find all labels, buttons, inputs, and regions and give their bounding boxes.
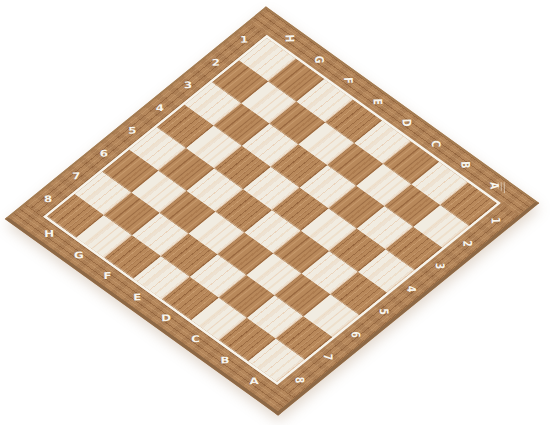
squares-grid — [43, 35, 501, 385]
chessboard: ABCDEFGH ABCDEFGH 87654321 87654321 — [5, 7, 539, 416]
photo-background: ABCDEFGH ABCDEFGH 87654321 87654321 — [0, 0, 550, 425]
maker-marking — [493, 182, 507, 195]
